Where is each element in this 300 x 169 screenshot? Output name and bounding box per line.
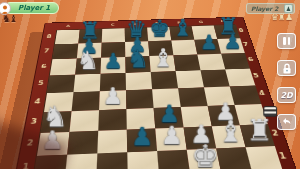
chess-board-3d: ♜♛♚♝♜♟♟♟♟♞♟♞♝♟♞♟♟♟♟♟♟♝♜♚ ♟ AABBCCDDEEFFG… bbox=[11, 17, 300, 169]
piece-black-pawn[interactable]: ♟ bbox=[221, 32, 245, 52]
square-b1[interactable] bbox=[65, 153, 98, 169]
square-b5[interactable] bbox=[73, 74, 100, 92]
square-d6[interactable]: ♞ bbox=[125, 56, 150, 73]
square-b3[interactable] bbox=[69, 110, 99, 132]
chess-app-screen: ♜♛♚♝♜♟♟♟♟♞♟♞♝♟♞♟♟♟♟♟♟♝♜♚ ♟ AABBCCDDEEFFG… bbox=[0, 0, 300, 169]
board-scene: ♜♛♚♝♜♟♟♟♟♞♟♞♝♟♞♟♟♟♟♟♟♝♜♚ ♟ AABBCCDDEEFFG… bbox=[0, 0, 300, 169]
square-h6[interactable] bbox=[221, 53, 250, 70]
square-e6[interactable]: ♝ bbox=[149, 55, 175, 72]
captured-by-player1: ♞♝ bbox=[2, 13, 16, 24]
square-e1[interactable] bbox=[157, 150, 190, 169]
square-c4[interactable]: ♟ bbox=[99, 90, 126, 110]
captured-by-player2: ♛♜♟ bbox=[271, 12, 292, 22]
piece-black-knight[interactable]: ♞ bbox=[126, 46, 151, 71]
coord-label: C bbox=[101, 21, 123, 28]
square-c2[interactable] bbox=[97, 130, 127, 154]
piece-black-pawn[interactable]: ♟ bbox=[127, 125, 157, 150]
piece-white-knight[interactable]: ♞ bbox=[75, 48, 100, 73]
square-a5[interactable] bbox=[47, 75, 75, 93]
piece-white-pawn[interactable]: ♟ bbox=[157, 123, 187, 148]
square-e8[interactable]: ♚ bbox=[147, 27, 171, 41]
square-d1[interactable] bbox=[127, 151, 159, 169]
square-f5[interactable] bbox=[176, 70, 204, 88]
square-a2[interactable]: ♟ bbox=[37, 132, 70, 156]
undo-button[interactable] bbox=[277, 114, 296, 130]
square-a6[interactable] bbox=[50, 59, 77, 76]
coord-label: 5 bbox=[250, 72, 262, 80]
board-squares[interactable]: ♜♛♚♝♜♟♟♟♟♞♟♞♝♟♞♟♟♟♟♟♟♝♜♚ bbox=[32, 24, 281, 169]
square-e5[interactable] bbox=[151, 71, 178, 89]
side-button-column: 2D bbox=[277, 33, 296, 130]
lock-icon bbox=[282, 63, 292, 74]
view-2d-label: 2D bbox=[280, 91, 292, 100]
piece-black-king[interactable]: ♚ bbox=[148, 17, 171, 40]
square-d4[interactable] bbox=[126, 89, 154, 109]
square-d2[interactable]: ♟ bbox=[127, 129, 157, 153]
piece-white-pawn[interactable]: ♟ bbox=[99, 85, 126, 108]
rim-captured-pawn: ♟ bbox=[13, 0, 45, 169]
pause-icon bbox=[283, 37, 290, 45]
square-g7[interactable]: ♟ bbox=[194, 39, 221, 54]
piece-black-pawn[interactable]: ♟ bbox=[101, 51, 126, 72]
piece-white-king[interactable]: ♚ bbox=[190, 141, 221, 169]
square-a8[interactable] bbox=[55, 30, 80, 45]
undo-arrow-icon bbox=[281, 117, 292, 127]
pause-button[interactable] bbox=[277, 33, 296, 49]
player2-name: Player 2 bbox=[247, 5, 284, 12]
square-c3[interactable] bbox=[98, 109, 127, 131]
square-a1[interactable] bbox=[33, 155, 67, 169]
square-d5[interactable] bbox=[126, 72, 152, 90]
square-h7[interactable]: ♟ bbox=[217, 38, 245, 53]
square-b6[interactable]: ♞ bbox=[75, 58, 101, 75]
square-f1[interactable]: ♚ bbox=[187, 149, 221, 169]
coord-label: 1 bbox=[19, 162, 33, 169]
piece-black-pawn[interactable]: ♟ bbox=[197, 33, 221, 53]
piece-black-bishop[interactable]: ♝ bbox=[171, 16, 194, 39]
player1-name: Player 1 bbox=[18, 4, 50, 12]
board-frame: ♜♛♚♝♜♟♟♟♟♞♟♞♝♟♞♟♟♟♟♟♟♝♜♚ ♟ AABBCCDDEEFFG… bbox=[11, 17, 300, 169]
camera-lock-button[interactable] bbox=[277, 60, 296, 76]
square-f8[interactable]: ♝ bbox=[169, 26, 194, 40]
square-c1[interactable] bbox=[96, 152, 127, 169]
square-f6[interactable] bbox=[173, 54, 200, 71]
square-b2[interactable] bbox=[67, 131, 98, 155]
square-b4[interactable] bbox=[72, 91, 100, 111]
piece-white-bishop[interactable]: ♝ bbox=[151, 45, 176, 70]
view-2d-button[interactable]: 2D bbox=[277, 87, 296, 103]
coord-label: 2 bbox=[23, 138, 36, 149]
square-c8[interactable] bbox=[102, 28, 125, 43]
coord-label: A bbox=[56, 23, 79, 30]
square-c6[interactable]: ♟ bbox=[100, 57, 125, 74]
piece-white-rook[interactable]: ♜ bbox=[245, 115, 274, 144]
square-e2[interactable]: ♟ bbox=[155, 127, 186, 151]
coord-label: 8 bbox=[44, 34, 54, 41]
